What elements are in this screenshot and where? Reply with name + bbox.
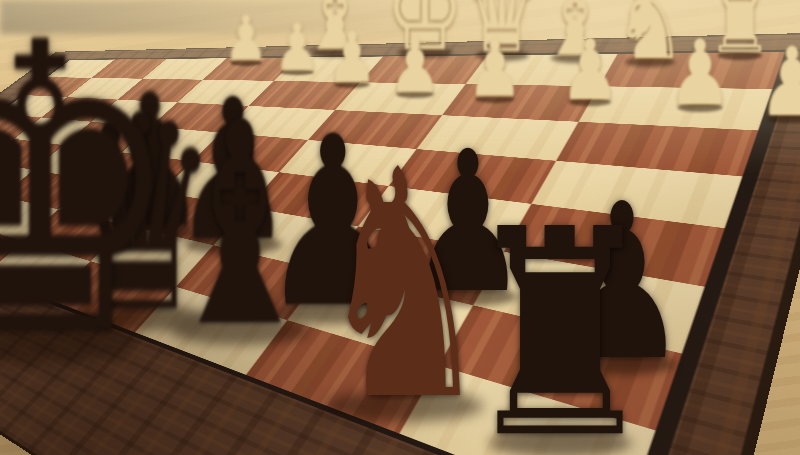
piece-white-pawn-f2: ♟ <box>327 23 377 93</box>
piece-white-pawn-c2: ♟ <box>560 28 620 112</box>
piece-white-pawn-a2: ♟ <box>758 35 800 130</box>
piece-black-king-e8: ♚ <box>0 0 183 392</box>
piece-white-pawn-b2: ♟ <box>668 28 733 118</box>
chess-photo-scene: ♝♚♛♝♞♜♟♟♟♟♟♟♟♟♟♟♟♛♝♟♟♞♜♚ <box>0 0 800 455</box>
piece-black-rook-a8: ♜ <box>460 192 659 455</box>
piece-white-pawn-d2: ♟ <box>467 30 523 108</box>
